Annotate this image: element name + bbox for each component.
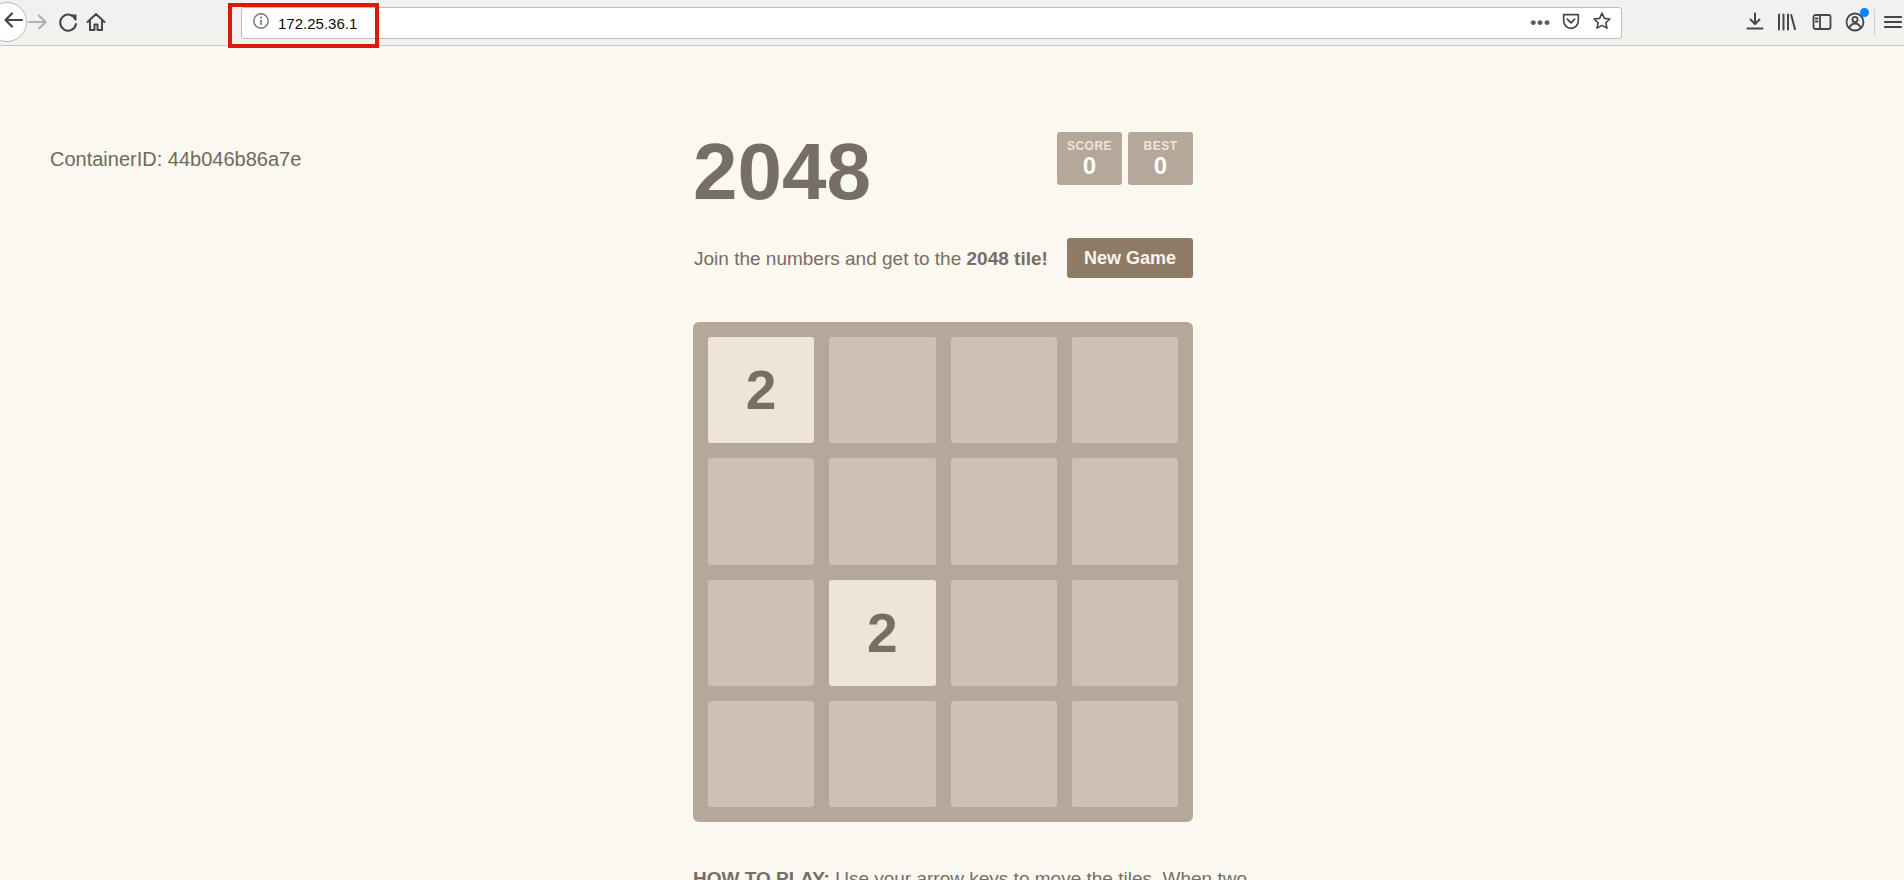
board-cell-empty — [708, 701, 814, 807]
board-cell-empty — [951, 337, 1057, 443]
board-cell-empty — [708, 458, 814, 564]
forward-icon — [26, 10, 50, 34]
game-subtitle: Join the numbers and get to the 2048 til… — [694, 248, 1048, 270]
best-value: 0 — [1154, 153, 1167, 179]
forward-button[interactable] — [26, 10, 50, 34]
board-cell-empty — [951, 458, 1057, 564]
tile-2-r0c0: 2 — [708, 337, 814, 443]
board-cell-empty — [1072, 337, 1178, 443]
reload-button[interactable] — [56, 10, 80, 34]
url-text[interactable]: 172.25.36.1 — [278, 15, 357, 32]
board-cell-empty — [829, 337, 935, 443]
download-button[interactable] — [1743, 10, 1767, 34]
board-cell-empty — [829, 701, 935, 807]
how-to-play-text: HOW TO PLAY: Use your arrow keys to move… — [693, 868, 1253, 880]
bookmark-star-icon[interactable] — [1591, 10, 1613, 36]
subtitle-bold-text: 2048 tile! — [967, 248, 1048, 269]
score-box: SCORE 0 — [1057, 132, 1122, 185]
download-icon — [1743, 10, 1767, 34]
new-game-button[interactable]: New Game — [1067, 238, 1193, 278]
subtitle-text: Join the numbers and get to the — [694, 248, 967, 269]
menu-icon — [1881, 10, 1904, 34]
sidebar-icon — [1810, 10, 1834, 34]
menu-button[interactable] — [1881, 10, 1904, 34]
sidebar-button[interactable] — [1810, 10, 1834, 34]
back-icon — [1, 8, 25, 36]
home-icon — [84, 10, 108, 34]
board-grid[interactable]: 22 — [693, 322, 1193, 822]
toolbar-separator — [1874, 9, 1875, 36]
board-cell-empty — [1072, 458, 1178, 564]
browser-window: 172.25.36.1 ••• — [0, 0, 1904, 880]
account-button[interactable] — [1843, 10, 1867, 34]
best-box: BEST 0 — [1128, 132, 1193, 185]
board-cell-empty — [951, 701, 1057, 807]
board-cell-empty — [829, 458, 935, 564]
pocket-icon[interactable] — [1560, 10, 1582, 36]
notification-dot — [1860, 8, 1869, 17]
board-cell-empty — [1072, 580, 1178, 686]
container-id-label: ContainerID: 44b046b86a7e — [50, 148, 301, 171]
board-cell-empty — [1072, 701, 1178, 807]
account-icon — [1843, 10, 1867, 34]
info-icon[interactable] — [252, 12, 270, 34]
reload-icon — [56, 10, 80, 34]
board-cell-empty — [708, 580, 814, 686]
page-title: 2048 — [693, 132, 1113, 212]
tile-2-r2c1: 2 — [829, 580, 935, 686]
browser-toolbar: 172.25.36.1 ••• — [0, 0, 1904, 46]
library-button[interactable] — [1774, 10, 1798, 34]
library-icon — [1774, 10, 1798, 34]
score-value: 0 — [1083, 153, 1096, 179]
page-actions-ellipsis-icon[interactable]: ••• — [1530, 13, 1551, 33]
how-to-play-label: HOW TO PLAY: — [693, 868, 830, 880]
board-cell-empty — [951, 580, 1057, 686]
home-button[interactable] — [84, 10, 108, 34]
scoreboard: SCORE 0 BEST 0 — [1057, 132, 1193, 185]
url-bar[interactable]: 172.25.36.1 ••• — [241, 7, 1622, 39]
back-button[interactable] — [0, 2, 27, 42]
